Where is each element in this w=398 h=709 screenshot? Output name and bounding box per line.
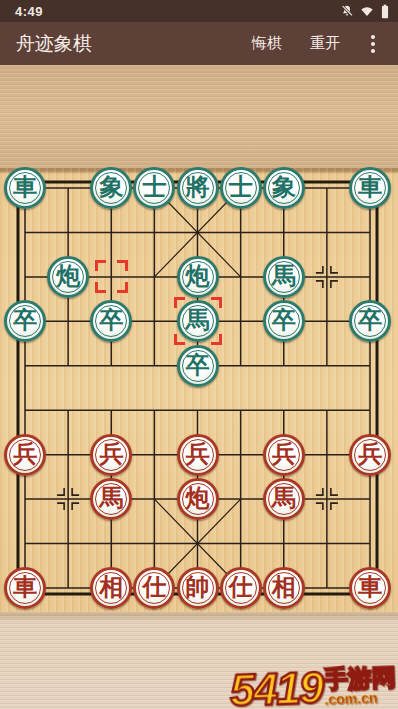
piece-glyph: 兵	[358, 442, 382, 466]
piece-glyph: 仕	[142, 575, 166, 599]
undo-move-button[interactable]: 悔棋	[242, 26, 292, 61]
piece-glyph: 車	[358, 175, 382, 199]
restart-button[interactable]: 重开	[300, 26, 350, 61]
piece-glyph: 象	[99, 175, 123, 199]
piece-glyph: 卒	[186, 353, 210, 377]
piece-black-象[interactable]: 象	[90, 167, 132, 209]
piece-glyph: 馬	[186, 308, 210, 332]
piece-glyph: 馬	[99, 486, 123, 510]
piece-red-兵[interactable]: 兵	[177, 434, 219, 476]
piece-glyph: 卒	[272, 308, 296, 332]
piece-red-炮[interactable]: 炮	[177, 478, 219, 520]
piece-glyph: 兵	[272, 442, 296, 466]
watermark-domain: .com.cn	[324, 691, 377, 707]
wood-background-top	[0, 65, 398, 168]
battery-icon	[380, 4, 390, 19]
app-title: 舟迹象棋	[16, 31, 242, 57]
piece-black-士[interactable]: 士	[220, 167, 262, 209]
xiangqi-board[interactable]: 車象士將士象車炮炮馬卒卒馬卒卒卒兵兵兵兵兵馬炮馬車相仕帥仕相車	[0, 168, 398, 612]
piece-red-兵[interactable]: 兵	[349, 434, 391, 476]
piece-red-帥[interactable]: 帥	[177, 567, 219, 609]
piece-black-車[interactable]: 車	[349, 167, 391, 209]
piece-black-車[interactable]: 車	[4, 167, 46, 209]
watermark-cn-text: 手游网	[323, 665, 396, 691]
piece-glyph: 炮	[56, 264, 80, 288]
status-bar: 4:49	[0, 0, 398, 22]
piece-glyph: 兵	[13, 442, 37, 466]
piece-glyph: 兵	[99, 442, 123, 466]
piece-red-仕[interactable]: 仕	[220, 567, 262, 609]
piece-black-馬[interactable]: 馬	[177, 300, 219, 342]
piece-red-車[interactable]: 車	[4, 567, 46, 609]
piece-red-馬[interactable]: 馬	[263, 478, 305, 520]
piece-red-兵[interactable]: 兵	[90, 434, 132, 476]
clock: 4:49	[15, 4, 43, 19]
piece-red-相[interactable]: 相	[263, 567, 305, 609]
piece-glyph: 車	[13, 175, 37, 199]
piece-black-卒[interactable]: 卒	[177, 345, 219, 387]
piece-glyph: 帥	[186, 575, 210, 599]
piece-glyph: 馬	[272, 264, 296, 288]
watermark: 5419 手游网 .com.cn	[229, 665, 396, 709]
piece-glyph: 士	[229, 175, 253, 199]
piece-glyph: 仕	[229, 575, 253, 599]
piece-red-相[interactable]: 相	[90, 567, 132, 609]
piece-red-兵[interactable]: 兵	[263, 434, 305, 476]
overflow-menu-button[interactable]	[358, 26, 388, 62]
piece-black-炮[interactable]: 炮	[47, 256, 89, 298]
app-screen: 4:49 舟迹象棋 悔棋 重开 車象士將士象車	[0, 0, 398, 709]
piece-glyph: 車	[13, 575, 37, 599]
piece-black-卒[interactable]: 卒	[263, 300, 305, 342]
piece-glyph: 象	[272, 175, 296, 199]
board-grid	[0, 168, 398, 612]
watermark-number: 5419	[229, 668, 322, 709]
piece-glyph: 馬	[272, 486, 296, 510]
notifications-off-icon	[340, 4, 354, 18]
app-bar-actions: 悔棋 重开	[242, 26, 388, 62]
piece-glyph: 士	[142, 175, 166, 199]
piece-glyph: 炮	[186, 264, 210, 288]
piece-glyph: 卒	[358, 308, 382, 332]
status-icons	[340, 4, 390, 19]
piece-glyph: 相	[272, 575, 296, 599]
piece-glyph: 炮	[186, 486, 210, 510]
app-bar: 舟迹象棋 悔棋 重开	[0, 22, 398, 65]
piece-glyph: 車	[358, 575, 382, 599]
piece-black-將[interactable]: 將	[177, 167, 219, 209]
piece-glyph: 卒	[99, 308, 123, 332]
piece-glyph: 卒	[13, 308, 37, 332]
piece-red-車[interactable]: 車	[349, 567, 391, 609]
piece-black-炮[interactable]: 炮	[177, 256, 219, 298]
piece-glyph: 將	[186, 175, 210, 199]
piece-black-象[interactable]: 象	[263, 167, 305, 209]
piece-glyph: 兵	[186, 442, 210, 466]
piece-black-馬[interactable]: 馬	[263, 256, 305, 298]
piece-red-兵[interactable]: 兵	[4, 434, 46, 476]
wifi-icon	[360, 4, 374, 18]
piece-glyph: 相	[99, 575, 123, 599]
